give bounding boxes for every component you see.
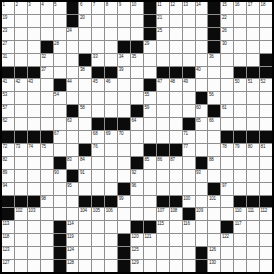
grid-cell[interactable]: 66 [208,118,220,130]
grid-cell[interactable] [15,170,27,182]
grid-cell[interactable] [105,170,117,182]
grid-cell[interactable] [92,105,104,117]
grid-cell[interactable]: 56 [208,92,220,104]
grid-cell[interactable] [105,157,117,169]
grid-cell[interactable] [131,131,143,143]
grid-cell[interactable] [79,118,91,130]
grid-cell[interactable]: 8 [105,2,117,14]
grid-cell[interactable] [118,144,130,156]
grid-cell[interactable] [67,54,79,66]
grid-cell[interactable]: 97 [221,183,233,195]
grid-cell[interactable] [221,260,233,272]
grid-cell[interactable]: 92 [131,170,143,182]
grid-cell[interactable] [170,234,182,246]
grid-cell[interactable] [67,67,79,79]
grid-cell[interactable]: 72 [2,144,14,156]
grid-cell[interactable]: 80 [247,144,259,156]
grid-cell[interactable] [234,234,246,246]
grid-cell[interactable] [54,208,66,220]
grid-cell[interactable] [41,92,53,104]
grid-cell[interactable]: 120 [131,234,143,246]
grid-cell[interactable] [260,183,272,195]
grid-cell[interactable] [118,208,130,220]
grid-cell[interactable]: 76 [92,144,104,156]
grid-cell[interactable]: 109 [196,208,208,220]
grid-cell[interactable] [170,131,182,143]
grid-cell[interactable] [41,157,53,169]
grid-cell[interactable] [247,15,259,27]
grid-cell[interactable] [105,15,117,27]
grid-cell[interactable] [79,260,91,272]
grid-cell[interactable] [92,15,104,27]
grid-cell[interactable] [183,15,195,27]
grid-cell[interactable]: 96 [131,183,143,195]
grid-cell[interactable] [131,92,143,104]
grid-cell[interactable] [221,79,233,91]
grid-cell[interactable]: 129 [131,260,143,272]
grid-cell[interactable]: 60 [196,105,208,117]
grid-cell[interactable]: 46 [105,79,117,91]
grid-cell[interactable] [67,41,79,53]
grid-cell[interactable] [208,67,220,79]
grid-cell[interactable] [157,183,169,195]
grid-cell[interactable]: 126 [208,247,220,259]
grid-cell[interactable]: 35 [131,54,143,66]
grid-cell[interactable] [54,67,66,79]
grid-cell[interactable] [54,118,66,130]
grid-cell[interactable] [170,247,182,259]
grid-cell[interactable] [260,247,272,259]
grid-cell[interactable]: 119 [67,234,79,246]
grid-cell[interactable] [15,183,27,195]
grid-cell[interactable] [183,157,195,169]
grid-cell[interactable]: 69 [105,131,117,143]
grid-cell[interactable] [183,170,195,182]
grid-cell[interactable] [221,247,233,259]
grid-cell[interactable]: 73 [15,144,27,156]
grid-cell[interactable]: 16 [234,2,246,14]
grid-cell[interactable]: 88 [208,157,220,169]
grid-cell[interactable] [79,79,91,91]
grid-cell[interactable] [234,105,246,117]
grid-cell[interactable]: 85 [144,157,156,169]
grid-cell[interactable]: 103 [28,208,40,220]
grid-cell[interactable]: 98 [41,196,53,208]
grid-cell[interactable] [131,208,143,220]
grid-cell[interactable]: 37 [41,67,53,79]
grid-cell[interactable]: 42 [15,79,27,91]
grid-cell[interactable] [247,105,259,117]
grid-cell[interactable] [157,170,169,182]
grid-cell[interactable] [131,28,143,40]
grid-cell[interactable] [170,41,182,53]
grid-cell[interactable] [260,15,272,27]
grid-cell[interactable] [28,105,40,117]
grid-cell[interactable]: 62 [2,118,14,130]
grid-cell[interactable] [221,54,233,66]
grid-cell[interactable] [92,170,104,182]
grid-cell[interactable] [15,234,27,246]
grid-cell[interactable]: 51 [247,79,259,91]
grid-cell[interactable]: 9 [118,2,130,14]
grid-cell[interactable]: 123 [2,247,14,259]
grid-cell[interactable] [234,247,246,259]
grid-cell[interactable] [183,260,195,272]
grid-cell[interactable] [208,221,220,233]
grid-cell[interactable] [260,92,272,104]
grid-cell[interactable] [15,247,27,259]
grid-cell[interactable] [234,28,246,40]
grid-cell[interactable] [54,183,66,195]
grid-cell[interactable]: 43 [28,79,40,91]
grid-cell[interactable] [41,221,53,233]
grid-cell[interactable]: 100 [183,196,195,208]
grid-cell[interactable] [105,221,117,233]
grid-cell[interactable]: 121 [144,234,156,246]
grid-cell[interactable]: 81 [260,144,272,156]
grid-cell[interactable] [28,15,40,27]
grid-cell[interactable]: 3 [28,2,40,14]
grid-cell[interactable] [131,15,143,27]
grid-cell[interactable]: 107 [157,208,169,220]
grid-cell[interactable] [105,28,117,40]
grid-cell[interactable]: 105 [92,208,104,220]
grid-cell[interactable] [247,234,259,246]
grid-cell[interactable]: 125 [131,247,143,259]
grid-cell[interactable]: 101 [208,196,220,208]
grid-cell[interactable] [118,170,130,182]
grid-cell[interactable] [247,170,259,182]
grid-cell[interactable]: 36 [208,54,220,66]
grid-cell[interactable]: 118 [2,234,14,246]
grid-cell[interactable]: 95 [67,183,79,195]
grid-cell[interactable]: 54 [54,92,66,104]
grid-cell[interactable]: 13 [183,2,195,14]
grid-cell[interactable] [54,144,66,156]
grid-cell[interactable] [92,183,104,195]
grid-cell[interactable] [221,157,233,169]
grid-cell[interactable]: 33 [92,54,104,66]
grid-cell[interactable] [170,92,182,104]
grid-cell[interactable]: 15 [221,2,233,14]
grid-cell[interactable] [15,157,27,169]
grid-cell[interactable] [41,79,53,91]
grid-cell[interactable]: 91 [79,170,91,182]
grid-cell[interactable] [41,15,53,27]
grid-cell[interactable] [92,234,104,246]
grid-cell[interactable] [247,28,259,40]
grid-cell[interactable]: 25 [157,28,169,40]
grid-cell[interactable]: 130 [208,260,220,272]
grid-cell[interactable] [144,170,156,182]
grid-cell[interactable]: 48 [170,79,182,91]
grid-cell[interactable] [28,54,40,66]
grid-cell[interactable]: 117 [234,221,246,233]
grid-cell[interactable] [170,183,182,195]
grid-cell[interactable]: 111 [247,208,259,220]
grid-cell[interactable]: 31 [2,54,14,66]
grid-cell[interactable] [118,79,130,91]
grid-cell[interactable] [92,247,104,259]
grid-cell[interactable] [144,183,156,195]
grid-cell[interactable] [221,67,233,79]
grid-cell[interactable] [260,170,272,182]
grid-cell[interactable]: 29 [144,41,156,53]
grid-cell[interactable] [79,234,91,246]
grid-cell[interactable] [247,54,259,66]
grid-cell[interactable] [79,41,91,53]
grid-cell[interactable] [157,247,169,259]
grid-cell[interactable] [157,234,169,246]
grid-cell[interactable] [28,28,40,40]
grid-cell[interactable] [157,131,169,143]
grid-cell[interactable] [234,260,246,272]
grid-cell[interactable] [118,221,130,233]
grid-cell[interactable] [144,260,156,272]
grid-cell[interactable] [28,170,40,182]
grid-cell[interactable] [92,28,104,40]
grid-cell[interactable] [234,92,246,104]
grid-cell[interactable] [41,105,53,117]
grid-cell[interactable] [131,144,143,156]
grid-cell[interactable]: 18 [260,2,272,14]
grid-cell[interactable] [41,28,53,40]
grid-cell[interactable] [28,247,40,259]
grid-cell[interactable] [79,221,91,233]
grid-cell[interactable] [196,221,208,233]
grid-cell[interactable] [41,247,53,259]
grid-cell[interactable]: 12 [170,2,182,14]
grid-cell[interactable] [247,183,259,195]
grid-cell[interactable] [234,118,246,130]
grid-cell[interactable]: 102 [15,208,27,220]
grid-cell[interactable]: 94 [2,183,14,195]
grid-cell[interactable] [208,234,220,246]
grid-cell[interactable]: 30 [221,41,233,53]
grid-cell[interactable] [131,67,143,79]
grid-cell[interactable] [41,118,53,130]
grid-cell[interactable] [105,54,117,66]
grid-cell[interactable]: 21 [157,15,169,27]
grid-cell[interactable] [28,234,40,246]
grid-cell[interactable] [247,92,259,104]
grid-cell[interactable] [234,41,246,53]
grid-cell[interactable]: 74 [28,144,40,156]
grid-cell[interactable]: 1 [2,2,14,14]
grid-cell[interactable] [15,54,27,66]
grid-cell[interactable] [118,92,130,104]
grid-cell[interactable] [67,131,79,143]
grid-cell[interactable] [260,41,272,53]
grid-cell[interactable] [28,118,40,130]
grid-cell[interactable] [157,260,169,272]
grid-cell[interactable]: 82 [2,157,14,169]
grid-cell[interactable] [144,208,156,220]
grid-cell[interactable] [234,54,246,66]
grid-cell[interactable] [54,15,66,27]
grid-cell[interactable] [118,157,130,169]
grid-cell[interactable] [183,92,195,104]
grid-cell[interactable] [28,92,40,104]
grid-cell[interactable] [170,221,182,233]
grid-cell[interactable] [247,157,259,169]
grid-cell[interactable] [79,183,91,195]
grid-cell[interactable]: 124 [67,247,79,259]
grid-cell[interactable] [234,170,246,182]
grid-cell[interactable]: 89 [2,170,14,182]
grid-cell[interactable] [170,118,182,130]
grid-cell[interactable] [105,234,117,246]
grid-cell[interactable] [234,183,246,195]
grid-cell[interactable]: 53 [2,92,14,104]
grid-cell[interactable] [196,28,208,40]
grid-cell[interactable]: 127 [2,260,14,272]
grid-cell[interactable]: 75 [41,144,53,156]
grid-cell[interactable] [105,144,117,156]
grid-cell[interactable] [105,183,117,195]
grid-cell[interactable] [144,54,156,66]
grid-cell[interactable] [221,208,233,220]
grid-cell[interactable] [221,196,233,208]
grid-cell[interactable] [28,157,40,169]
grid-cell[interactable] [118,28,130,40]
grid-cell[interactable] [15,105,27,117]
grid-cell[interactable] [41,170,53,182]
grid-cell[interactable]: 114 [67,221,79,233]
grid-cell[interactable]: 55 [144,92,156,104]
grid-cell[interactable] [196,15,208,27]
grid-cell[interactable] [67,92,79,104]
grid-cell[interactable]: 78 [221,144,233,156]
grid-cell[interactable]: 50 [234,79,246,91]
grid-cell[interactable] [247,221,259,233]
grid-cell[interactable]: 93 [196,170,208,182]
grid-cell[interactable]: 11 [157,2,169,14]
grid-cell[interactable] [196,234,208,246]
grid-cell[interactable] [15,92,27,104]
grid-cell[interactable] [208,208,220,220]
grid-cell[interactable] [247,247,259,259]
grid-cell[interactable]: 99 [118,196,130,208]
grid-cell[interactable] [157,118,169,130]
grid-cell[interactable] [15,221,27,233]
grid-cell[interactable]: 67 [54,131,66,143]
grid-cell[interactable]: 116 [183,221,195,233]
grid-cell[interactable] [15,28,27,40]
grid-cell[interactable] [260,105,272,117]
grid-cell[interactable] [54,28,66,40]
grid-cell[interactable]: 26 [221,28,233,40]
grid-cell[interactable] [260,28,272,40]
grid-cell[interactable] [54,105,66,117]
grid-cell[interactable] [183,28,195,40]
grid-cell[interactable]: 34 [118,54,130,66]
grid-cell[interactable]: 77 [183,144,195,156]
grid-cell[interactable]: 90 [54,170,66,182]
grid-cell[interactable] [260,157,272,169]
grid-cell[interactable] [92,41,104,53]
grid-cell[interactable]: 10 [131,2,143,14]
grid-cell[interactable] [196,54,208,66]
grid-cell[interactable] [170,15,182,27]
grid-cell[interactable] [41,260,53,272]
grid-cell[interactable] [247,41,259,53]
grid-cell[interactable] [196,131,208,143]
grid-cell[interactable] [208,170,220,182]
grid-cell[interactable] [183,234,195,246]
grid-cell[interactable] [157,92,169,104]
grid-cell[interactable] [196,183,208,195]
grid-cell[interactable] [183,247,195,259]
grid-cell[interactable] [247,118,259,130]
grid-cell[interactable]: 2 [15,2,27,14]
grid-cell[interactable] [67,208,79,220]
grid-cell[interactable] [260,260,272,272]
grid-cell[interactable]: 57 [2,105,14,117]
grid-cell[interactable]: 115 [157,221,169,233]
grid-cell[interactable]: 64 [131,118,143,130]
grid-cell[interactable] [196,41,208,53]
grid-cell[interactable] [118,105,130,117]
grid-cell[interactable] [105,247,117,259]
grid-cell[interactable]: 22 [221,15,233,27]
grid-cell[interactable]: 17 [247,2,259,14]
grid-cell[interactable] [92,157,104,169]
grid-cell[interactable]: 49 [183,79,195,91]
grid-cell[interactable]: 38 [79,67,91,79]
grid-cell[interactable] [105,41,117,53]
grid-cell[interactable] [157,54,169,66]
grid-cell[interactable] [28,41,40,53]
grid-cell[interactable] [67,144,79,156]
grid-cell[interactable] [131,196,143,208]
grid-cell[interactable]: 70 [118,131,130,143]
grid-cell[interactable] [144,118,156,130]
grid-cell[interactable] [157,41,169,53]
grid-cell[interactable] [208,79,220,91]
grid-cell[interactable] [92,92,104,104]
grid-cell[interactable]: 83 [67,157,79,169]
grid-cell[interactable]: 4 [41,2,53,14]
grid-cell[interactable] [183,105,195,117]
grid-cell[interactable] [170,260,182,272]
grid-cell[interactable] [170,105,182,117]
grid-cell[interactable]: 84 [79,157,91,169]
grid-cell[interactable]: 20 [79,15,91,27]
grid-cell[interactable]: 23 [2,28,14,40]
grid-cell[interactable] [260,118,272,130]
grid-cell[interactable]: 7 [92,2,104,14]
grid-cell[interactable] [54,196,66,208]
grid-cell[interactable]: 110 [234,208,246,220]
grid-cell[interactable]: 44 [67,79,79,91]
grid-cell[interactable] [247,260,259,272]
grid-cell[interactable] [221,170,233,182]
grid-cell[interactable] [208,131,220,143]
grid-cell[interactable]: 71 [183,131,195,143]
grid-cell[interactable] [196,79,208,91]
grid-cell[interactable] [28,221,40,233]
grid-cell[interactable]: 45 [92,79,104,91]
grid-cell[interactable] [105,92,117,104]
grid-cell[interactable]: 61 [221,105,233,117]
grid-cell[interactable]: 32 [41,54,53,66]
grid-cell[interactable] [144,247,156,259]
grid-cell[interactable] [131,79,143,91]
grid-cell[interactable] [170,170,182,182]
grid-cell[interactable]: 65 [196,118,208,130]
grid-cell[interactable] [234,157,246,169]
